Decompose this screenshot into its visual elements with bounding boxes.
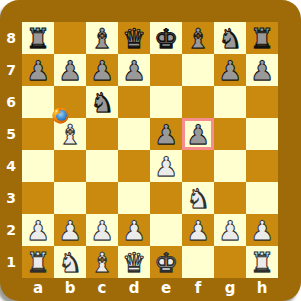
piece-black-pawn: ♟ <box>122 56 146 86</box>
square-e3[interactable] <box>150 182 182 214</box>
square-f4[interactable] <box>182 150 214 182</box>
piece-white-knight: ♞ <box>186 184 210 214</box>
file-label-a: a <box>22 278 54 301</box>
square-c2[interactable]: ♟ <box>86 214 118 246</box>
file-label-e: e <box>150 278 182 301</box>
piece-black-bishop: ♝ <box>186 24 210 54</box>
square-c5[interactable] <box>86 118 118 150</box>
piece-white-king: ♚ <box>154 248 178 278</box>
piece-white-bishop: ♝ <box>90 248 114 278</box>
square-a6[interactable] <box>22 86 54 118</box>
square-h2[interactable]: ♟ <box>246 214 278 246</box>
piece-white-pawn: ♟ <box>186 216 210 246</box>
square-g1[interactable] <box>214 246 246 278</box>
square-h5[interactable] <box>246 118 278 150</box>
square-a7[interactable]: ♟ <box>22 54 54 86</box>
square-f8[interactable]: ♝ <box>182 22 214 54</box>
square-b6[interactable] <box>54 86 86 118</box>
square-b5[interactable]: ♝ <box>54 118 86 150</box>
piece-black-pawn: ♟ <box>250 56 274 86</box>
square-e5[interactable]: ♟ <box>150 118 182 150</box>
piece-black-pawn: ♟ <box>186 120 210 150</box>
rank-labels: 87654321 <box>0 22 22 278</box>
piece-black-rook: ♜ <box>26 24 50 54</box>
piece-black-pawn: ♟ <box>58 56 82 86</box>
rank-label-6: 6 <box>0 86 22 118</box>
piece-white-knight: ♞ <box>58 248 82 278</box>
square-h1[interactable]: ♜ <box>246 246 278 278</box>
square-h8[interactable]: ♜ <box>246 22 278 54</box>
square-e6[interactable] <box>150 86 182 118</box>
piece-black-queen: ♛ <box>122 24 146 54</box>
piece-white-pawn: ♟ <box>122 216 146 246</box>
square-d7[interactable]: ♟ <box>118 54 150 86</box>
rank-label-1: 1 <box>0 246 22 278</box>
square-e8[interactable]: ♚ <box>150 22 182 54</box>
piece-black-pawn: ♟ <box>218 56 242 86</box>
piece-black-knight: ♞ <box>218 24 242 54</box>
piece-black-king: ♚ <box>154 24 178 54</box>
square-a3[interactable] <box>22 182 54 214</box>
file-label-g: g <box>214 278 246 301</box>
piece-black-bishop: ♝ <box>90 24 114 54</box>
square-g3[interactable] <box>214 182 246 214</box>
rank-label-4: 4 <box>0 150 22 182</box>
square-b8[interactable] <box>54 22 86 54</box>
square-f5[interactable]: ♟ <box>182 118 214 150</box>
file-label-f: f <box>182 278 214 301</box>
square-b4[interactable] <box>54 150 86 182</box>
square-c1[interactable]: ♝ <box>86 246 118 278</box>
piece-black-pawn: ♟ <box>26 56 50 86</box>
square-g7[interactable]: ♟ <box>214 54 246 86</box>
square-g4[interactable] <box>214 150 246 182</box>
square-a8[interactable]: ♜ <box>22 22 54 54</box>
piece-white-queen: ♛ <box>122 248 146 278</box>
square-h4[interactable] <box>246 150 278 182</box>
file-label-b: b <box>54 278 86 301</box>
piece-white-pawn: ♟ <box>58 216 82 246</box>
square-h7[interactable]: ♟ <box>246 54 278 86</box>
square-d1[interactable]: ♛ <box>118 246 150 278</box>
square-d5[interactable] <box>118 118 150 150</box>
piece-black-pawn: ♟ <box>90 56 114 86</box>
square-d3[interactable] <box>118 182 150 214</box>
piece-white-rook: ♜ <box>250 248 274 278</box>
square-c7[interactable]: ♟ <box>86 54 118 86</box>
square-f1[interactable] <box>182 246 214 278</box>
square-d6[interactable] <box>118 86 150 118</box>
square-e1[interactable]: ♚ <box>150 246 182 278</box>
file-label-c: c <box>86 278 118 301</box>
square-d4[interactable] <box>118 150 150 182</box>
square-h3[interactable] <box>246 182 278 214</box>
square-d2[interactable]: ♟ <box>118 214 150 246</box>
board-frame: 87654321 ♜♝♛♚♝♞♜♟♟♟♟♟♟♞♝♟♟♟♞♟♟♟♟♟♟♟♜♞♝♛♚… <box>0 0 301 301</box>
square-e7[interactable] <box>150 54 182 86</box>
file-labels: abcdefgh <box>22 278 278 301</box>
square-f3[interactable]: ♞ <box>182 182 214 214</box>
piece-white-pawn: ♟ <box>250 216 274 246</box>
square-g5[interactable] <box>214 118 246 150</box>
square-c3[interactable] <box>86 182 118 214</box>
chess-board: ♜♝♛♚♝♞♜♟♟♟♟♟♟♞♝♟♟♟♞♟♟♟♟♟♟♟♜♞♝♛♚♜ <box>22 22 278 278</box>
piece-black-knight: ♞ <box>90 88 114 118</box>
rank-label-5: 5 <box>0 118 22 150</box>
square-a2[interactable]: ♟ <box>22 214 54 246</box>
piece-white-pawn: ♟ <box>90 216 114 246</box>
rank-label-8: 8 <box>0 22 22 54</box>
piece-black-rook: ♜ <box>250 24 274 54</box>
piece-white-rook: ♜ <box>26 248 50 278</box>
rank-label-7: 7 <box>0 54 22 86</box>
square-f7[interactable] <box>182 54 214 86</box>
square-b7[interactable]: ♟ <box>54 54 86 86</box>
piece-white-pawn: ♟ <box>154 152 178 182</box>
square-e2[interactable] <box>150 214 182 246</box>
square-g6[interactable] <box>214 86 246 118</box>
square-e4[interactable]: ♟ <box>150 150 182 182</box>
square-d8[interactable]: ♛ <box>118 22 150 54</box>
piece-white-pawn: ♟ <box>218 216 242 246</box>
square-c8[interactable]: ♝ <box>86 22 118 54</box>
square-b1[interactable]: ♞ <box>54 246 86 278</box>
square-c6[interactable]: ♞ <box>86 86 118 118</box>
square-a1[interactable]: ♜ <box>22 246 54 278</box>
rank-label-2: 2 <box>0 214 22 246</box>
square-b3[interactable] <box>54 182 86 214</box>
square-f6[interactable] <box>182 86 214 118</box>
square-b2[interactable]: ♟ <box>54 214 86 246</box>
rank-label-3: 3 <box>0 182 22 214</box>
square-g2[interactable]: ♟ <box>214 214 246 246</box>
square-c4[interactable] <box>86 150 118 182</box>
piece-white-pawn: ♟ <box>26 216 50 246</box>
file-label-h: h <box>246 278 278 301</box>
square-f2[interactable]: ♟ <box>182 214 214 246</box>
piece-black-pawn: ♟ <box>154 120 178 150</box>
file-label-d: d <box>118 278 150 301</box>
square-h6[interactable] <box>246 86 278 118</box>
square-g8[interactable]: ♞ <box>214 22 246 54</box>
piece-white-bishop: ♝ <box>58 120 82 150</box>
square-a4[interactable] <box>22 150 54 182</box>
square-a5[interactable] <box>22 118 54 150</box>
